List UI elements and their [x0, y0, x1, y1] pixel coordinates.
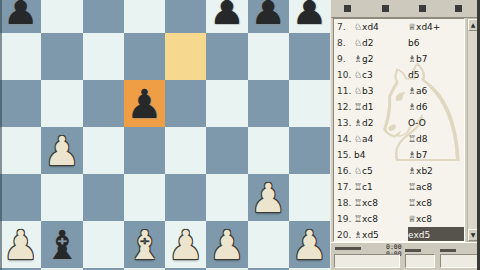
square-b5[interactable] — [41, 80, 82, 127]
square-f6[interactable] — [206, 33, 247, 80]
black-move[interactable]: ♖ac8 — [408, 179, 464, 195]
square-g5[interactable] — [248, 80, 289, 127]
square-d2[interactable]: ♝ — [124, 221, 165, 268]
square-g4[interactable] — [248, 127, 289, 174]
square-f7[interactable]: ♟ — [206, 0, 247, 33]
square-a2[interactable]: ♟ — [0, 221, 41, 268]
square-g7[interactable]: ♟ — [248, 0, 289, 33]
move-row-15: 15.b4♗b7 — [334, 147, 464, 163]
black-pawn-h7[interactable]: ♟ — [289, 0, 330, 33]
square-c7[interactable] — [83, 0, 124, 33]
white-move[interactable]: ♗d2 — [354, 115, 408, 131]
white-move[interactable]: ♗g2 — [354, 51, 408, 67]
white-move[interactable]: ♘a4 — [354, 131, 408, 147]
move-number: 10. — [334, 67, 354, 83]
square-a6[interactable] — [0, 33, 41, 80]
white-move[interactable]: ♖d1 — [354, 99, 408, 115]
black-move[interactable]: ♗b7 — [408, 147, 464, 163]
square-g3[interactable]: ♟ — [248, 174, 289, 221]
square-f4[interactable] — [206, 127, 247, 174]
white-pawn-e2[interactable]: ♟ — [165, 221, 206, 268]
move-row-9: 9.♗g2♗b7 — [334, 51, 464, 67]
square-h5[interactable] — [289, 80, 330, 127]
move-row-20: 20.♗xd5exd5 — [334, 227, 464, 242]
square-e5[interactable] — [165, 80, 206, 127]
square-d3[interactable] — [124, 174, 165, 221]
status-field-3 — [440, 254, 478, 268]
black-pawn-d5[interactable]: ♟ — [124, 80, 165, 127]
square-a3[interactable] — [0, 174, 41, 221]
white-pawn-a2[interactable]: ♟ — [0, 221, 41, 268]
status-label-smudge — [335, 247, 361, 250]
move-number: 9. — [334, 51, 354, 67]
square-h4[interactable] — [289, 127, 330, 174]
square-c2[interactable] — [83, 221, 124, 268]
white-pawn-h2[interactable]: ♟ — [289, 221, 330, 268]
status-label-smudge — [440, 249, 456, 252]
move-number: 12. — [334, 99, 354, 115]
white-move[interactable]: ♘d2 — [354, 35, 408, 51]
square-b2[interactable]: ♝ — [41, 221, 82, 268]
move-row-13: 13.♗d2O-O — [334, 115, 464, 131]
app-window: ♚♟♟♟♟♟♟♟♟♝♝♟♟♟♚ ♘ 7.♘xd4♕xd4+8.♘d2b69.♗g… — [0, 0, 480, 270]
move-number: 15. — [334, 147, 354, 163]
black-move[interactable]: ♗d6 — [408, 99, 464, 115]
panel-toolbar — [331, 0, 480, 18]
move-row-18: 18.♖xc8♖xc8 — [334, 195, 464, 211]
black-move[interactable]: ♗b7 — [408, 51, 464, 67]
move-number: 18. — [334, 195, 354, 211]
board-left-edge — [0, 0, 2, 270]
move-number: 16. — [334, 163, 354, 179]
square-e4[interactable] — [165, 127, 206, 174]
square-e3[interactable] — [165, 174, 206, 221]
move-list: 7.♘xd4♕xd4+8.♘d2b69.♗g2♗b710.♘c3d511.♘b3… — [334, 19, 464, 242]
white-pawn-g3[interactable]: ♟ — [248, 174, 289, 221]
black-move[interactable]: ♖d8 — [408, 131, 464, 147]
square-d6[interactable] — [124, 33, 165, 80]
move-row-12: 12.♖d1♗d6 — [334, 99, 464, 115]
square-g2[interactable] — [248, 221, 289, 268]
square-b7[interactable] — [41, 0, 82, 33]
move-row-11: 11.♘b3♗a6 — [334, 83, 464, 99]
status-field-1 — [334, 254, 400, 268]
black-pawn-a7[interactable]: ♟ — [0, 0, 41, 33]
square-b6[interactable] — [41, 33, 82, 80]
black-move[interactable]: ♗xb2 — [408, 163, 464, 179]
black-move[interactable]: ♕xd4+ — [408, 19, 464, 35]
board-viewport: ♚♟♟♟♟♟♟♟♟♝♝♟♟♟♚ — [0, 0, 330, 270]
square-e7[interactable] — [165, 0, 206, 33]
square-h2[interactable]: ♟ — [289, 221, 330, 268]
square-h3[interactable] — [289, 174, 330, 221]
move-number: 11. — [334, 83, 354, 99]
white-move[interactable]: b4 — [354, 147, 408, 163]
black-move[interactable]: ♗a6 — [408, 83, 464, 99]
toolbar-marker-icon[interactable] — [455, 5, 462, 12]
square-c6[interactable] — [83, 33, 124, 80]
square-f3[interactable] — [206, 174, 247, 221]
move-row-14: 14.♘a4♖d8 — [334, 131, 464, 147]
black-move[interactable]: O-O — [408, 115, 464, 131]
move-row-16: 16.♘c5♗xb2 — [334, 163, 464, 179]
square-a4[interactable] — [0, 127, 41, 174]
notation-panel: ♘ 7.♘xd4♕xd4+8.♘d2b69.♗g2♗b710.♘c3d511.♘… — [330, 0, 480, 270]
move-row-8: 8.♘d2b6 — [334, 35, 464, 51]
square-c3[interactable] — [83, 174, 124, 221]
black-bishop-b2[interactable]: ♝ — [41, 221, 82, 268]
black-move-selected[interactable]: exd5 — [408, 227, 464, 242]
move-number: 14. — [334, 131, 354, 147]
move-number: 8. — [334, 35, 354, 51]
square-d7[interactable] — [124, 0, 165, 33]
move-number: 7. — [334, 19, 354, 35]
white-pawn-b4[interactable]: ♟ — [41, 127, 82, 174]
white-move[interactable]: ♖xc8 — [354, 211, 408, 227]
status-field-2 — [405, 254, 435, 268]
square-c4[interactable] — [83, 127, 124, 174]
square-f5[interactable] — [206, 80, 247, 127]
black-move[interactable]: b6 — [408, 35, 464, 51]
white-move[interactable]: ♘xd4 — [354, 19, 408, 35]
move-row-7: 7.♘xd4♕xd4+ — [334, 19, 464, 35]
move-row-19: 19.♖xc8♕xc8 — [334, 211, 464, 227]
white-move[interactable]: ♗xd5 — [354, 227, 408, 242]
chess-board: ♚♟♟♟♟♟♟♟♟♝♝♟♟♟♚ — [0, 0, 330, 270]
move-number: 19. — [334, 211, 354, 227]
move-row-17: 17.♖c1♖ac8 — [334, 179, 464, 195]
square-d4[interactable] — [124, 127, 165, 174]
black-pawn-f7[interactable]: ♟ — [206, 0, 247, 33]
toolbar-marker-icon[interactable] — [344, 5, 351, 12]
white-move[interactable]: ♘b3 — [354, 83, 408, 99]
black-move[interactable]: d5 — [408, 67, 464, 83]
square-c5[interactable] — [83, 80, 124, 127]
square-d5[interactable]: ♟ — [124, 80, 165, 127]
black-pawn-g7[interactable]: ♟ — [248, 0, 289, 33]
white-move[interactable]: ♖c1 — [354, 179, 408, 195]
move-number: 17. — [334, 179, 354, 195]
square-b3[interactable] — [41, 174, 82, 221]
square-a7[interactable]: ♟ — [0, 0, 41, 33]
move-row-10: 10.♘c3d5 — [334, 67, 464, 83]
white-move[interactable]: ♘c5 — [354, 163, 408, 179]
white-pawn-f2[interactable]: ♟ — [206, 221, 247, 268]
black-move[interactable]: ♖xc8 — [408, 195, 464, 211]
square-h7[interactable]: ♟ — [289, 0, 330, 33]
white-move[interactable]: ♘c3 — [354, 67, 408, 83]
status-label-smudge — [405, 249, 421, 252]
black-move[interactable]: ♕xc8 — [408, 211, 464, 227]
white-bishop-d2[interactable]: ♝ — [124, 221, 165, 268]
square-b4[interactable]: ♟ — [41, 127, 82, 174]
toolbar-marker-icon[interactable] — [382, 5, 389, 12]
status-bar: 0:00 0:00 — [331, 242, 480, 270]
square-e6[interactable] — [165, 33, 206, 80]
square-f2[interactable]: ♟ — [206, 221, 247, 268]
square-h6[interactable] — [289, 33, 330, 80]
square-e2[interactable]: ♟ — [165, 221, 206, 268]
square-g6[interactable] — [248, 33, 289, 80]
move-list-wrap: ♘ 7.♘xd4♕xd4+8.♘d2b69.♗g2♗b710.♘c3d511.♘… — [333, 18, 465, 242]
square-a5[interactable] — [0, 80, 41, 127]
white-move[interactable]: ♖xc8 — [354, 195, 408, 211]
toolbar-marker-icon[interactable] — [419, 5, 426, 12]
move-number: 20. — [334, 227, 354, 242]
move-number: 13. — [334, 115, 354, 131]
